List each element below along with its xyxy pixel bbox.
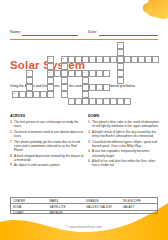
grid-cell[interactable]: [96, 98, 103, 105]
word-bank-row: COMETMETEOR: [11, 210, 157, 216]
date-input-line[interactable]: [99, 35, 158, 36]
grid-cell[interactable]: [61, 91, 68, 98]
grid-cell-number: 1: [118, 43, 119, 45]
grid-cell[interactable]: 8: [12, 91, 19, 98]
grid-cell-number: 9: [69, 99, 70, 101]
grid-cell[interactable]: [40, 91, 47, 98]
down-clue-item: 4.A star that explodes; temporarily beco…: [88, 149, 160, 157]
grid-cell[interactable]: [117, 70, 124, 77]
grid-cell[interactable]: [89, 70, 96, 77]
word-bank-word: NOVA: [11, 205, 48, 209]
grid-cell[interactable]: 4: [26, 70, 33, 77]
grid-cell[interactable]: [47, 63, 54, 70]
grid-cell[interactable]: 7: [82, 84, 89, 91]
clue-text: The first person to use a telescope to s…: [14, 120, 85, 128]
grid-cell-number: 8: [13, 92, 14, 94]
word-bank-word: CRATER: [11, 199, 48, 203]
grid-cell-number: 2: [48, 57, 49, 59]
grid-cell-number: 5: [48, 71, 49, 73]
grid-cell[interactable]: [82, 91, 89, 98]
clue-text: This planet's blue color is the result o…: [92, 120, 160, 128]
down-clue-item: 6.A ball of ice and dust that orbits the…: [88, 159, 160, 167]
grid-cell[interactable]: [75, 56, 82, 63]
grid-cell[interactable]: [89, 98, 96, 105]
grid-cell[interactable]: 5: [47, 70, 54, 77]
grid-cell[interactable]: [61, 77, 68, 84]
grid-cell[interactable]: [47, 77, 54, 84]
grid-cell[interactable]: [145, 56, 152, 63]
grid-cell[interactable]: [117, 49, 124, 56]
grid-cell[interactable]: 9: [68, 98, 75, 105]
word-bank-word: SATELLITE: [48, 205, 85, 209]
grid-cell[interactable]: [117, 98, 124, 105]
grid-cell[interactable]: [33, 91, 40, 98]
grid-cell[interactable]: [26, 84, 33, 91]
down-clues-section: DOWN 1.This planet's blue color is the r…: [88, 114, 160, 169]
date-label: Date:: [88, 30, 97, 34]
grid-cell[interactable]: [96, 70, 103, 77]
grid-cell[interactable]: [124, 56, 131, 63]
grid-cell[interactable]: [117, 56, 124, 63]
grid-cell[interactable]: [26, 77, 33, 84]
across-clue-item: 5.Technical instrument used to see dista…: [10, 130, 85, 138]
grid-cell-number: 6: [83, 71, 84, 73]
across-clue-item: 9.An object in orbit around a planet.: [10, 163, 85, 167]
puzzle-piece-decoration: [138, 0, 168, 32]
word-bank-word: MARS: [48, 199, 85, 203]
grid-cell[interactable]: [110, 98, 117, 105]
grid-cell[interactable]: [54, 70, 61, 77]
grid-cell[interactable]: [110, 56, 117, 63]
clue-text: A star that explodes; temporarily become…: [92, 149, 160, 157]
header-divider: [10, 39, 158, 40]
footer-url: © www.edworksheets.com: [0, 225, 168, 229]
grid-cell[interactable]: [103, 70, 110, 77]
grid-cell-number: 7: [83, 85, 84, 87]
grid-cell[interactable]: [138, 56, 145, 63]
grid-cell[interactable]: [75, 70, 82, 77]
clue-text: Classified into different types: ellipti…: [92, 140, 160, 148]
grid-cell[interactable]: [82, 56, 89, 63]
grid-cell[interactable]: [47, 91, 54, 98]
grid-cell[interactable]: [82, 77, 89, 84]
word-bank-word: GALILEO GALILEI: [84, 205, 121, 209]
clue-text: A bowl-shaped depression formed by the i…: [14, 154, 85, 162]
grid-cell[interactable]: [68, 70, 75, 77]
clue-text: An object in orbit around a planet.: [14, 163, 85, 167]
down-clue-item: 3.Classified into different types: ellip…: [88, 140, 160, 148]
grid-cell[interactable]: [82, 98, 89, 105]
grid-cell[interactable]: 3: [61, 56, 68, 63]
clue-text: Technical instrument used to see distant…: [14, 130, 85, 138]
grid-cell[interactable]: [117, 63, 124, 70]
word-bank-row: CRATERMARSURANUSTELESCOPE: [11, 198, 157, 203]
grid-cell-number: 3: [62, 57, 63, 59]
clue-text: A ball of ice and dust that orbits the S…: [92, 159, 160, 167]
across-clue-item: 8.A bowl-shaped depression formed by the…: [10, 154, 85, 162]
grid-cell[interactable]: [75, 98, 82, 105]
grid-cell[interactable]: [47, 84, 54, 91]
worksheet-page: Name: Date: Solar System Using the Acros…: [0, 0, 168, 240]
grid-cell[interactable]: [89, 56, 96, 63]
grid-cell[interactable]: [61, 70, 68, 77]
down-clue-item: 1.This planet's blue color is the result…: [88, 120, 160, 128]
name-input-line[interactable]: [22, 35, 78, 36]
grid-cell[interactable]: [61, 84, 68, 91]
grid-cell[interactable]: 6: [82, 70, 89, 77]
across-heading: ACROSS: [10, 114, 85, 118]
name-label: Name:: [10, 30, 21, 34]
grid-cell[interactable]: [103, 84, 110, 91]
across-clue-item: 7.This planet probably got this name due…: [10, 140, 85, 152]
grid-cell[interactable]: [117, 77, 124, 84]
grid-cell[interactable]: [124, 98, 131, 105]
clue-text: This planet probably got this name due t…: [14, 140, 85, 152]
across-clues-section: ACROSS 3.The first person to use a teles…: [10, 114, 85, 169]
down-clue-list: 1.This planet's blue color is the result…: [88, 120, 160, 167]
grid-cell[interactable]: [68, 56, 75, 63]
grid-cell[interactable]: [152, 56, 159, 63]
word-bank-row: NOVASATELLITEGALILEO GALILEIGALAXY: [11, 203, 157, 209]
grid-cell[interactable]: [103, 98, 110, 105]
word-bank-word: URANUS: [84, 199, 121, 203]
word-bank-word: GALAXY: [121, 205, 158, 209]
across-clue-item: 3.The first person to use a telescope to…: [10, 120, 85, 128]
across-clue-list: 3.The first person to use a telescope to…: [10, 120, 85, 167]
word-bank: CRATERMARSURANUSTELESCOPENOVASATELLITEGA…: [10, 197, 158, 214]
grid-cell-number: 4: [27, 71, 28, 73]
grid-cell[interactable]: [61, 63, 68, 70]
grid-cell[interactable]: [131, 56, 138, 63]
clue-text: A bright streak of light in the sky caus…: [92, 130, 160, 138]
grid-cell[interactable]: [103, 56, 110, 63]
grid-cell[interactable]: [96, 56, 103, 63]
down-heading: DOWN: [88, 114, 160, 118]
word-bank-word: TELESCOPE: [121, 199, 158, 203]
grid-cell[interactable]: [19, 91, 26, 98]
grid-cell[interactable]: 1: [117, 42, 124, 49]
down-clue-item: 2.A bright streak of light in the sky ca…: [88, 130, 160, 138]
word-bank-word: METEOR: [48, 211, 85, 215]
grid-cell[interactable]: 2: [47, 56, 54, 63]
grid-cell[interactable]: [96, 84, 103, 91]
grid-cell[interactable]: [26, 91, 33, 98]
word-bank-word: COMET: [11, 211, 48, 215]
grid-cell[interactable]: [89, 84, 96, 91]
